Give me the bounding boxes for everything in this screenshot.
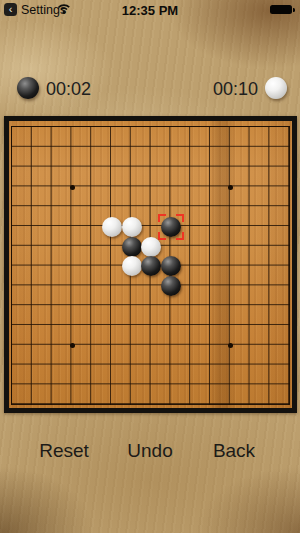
black-player-stone-icon — [17, 77, 39, 99]
battery-icon — [270, 5, 292, 14]
star-point — [70, 343, 75, 348]
status-bar-clock: 12:35 PM — [0, 3, 300, 18]
black-stone — [161, 276, 181, 296]
white-stone — [141, 237, 161, 257]
white-stone — [102, 217, 122, 237]
black-stone — [122, 237, 142, 257]
player-clock-row: 00:02 00:10 — [0, 77, 300, 99]
white-player-stone-icon — [265, 77, 287, 99]
black-player-timer: 00:02 — [46, 79, 91, 100]
black-stone — [141, 256, 161, 276]
undo-button[interactable]: Undo — [123, 438, 176, 464]
star-point — [228, 343, 233, 348]
white-player-timer: 00:10 — [213, 79, 258, 100]
black-stone — [161, 256, 181, 276]
back-button[interactable]: Back — [209, 438, 259, 464]
game-board — [4, 116, 297, 413]
goban-grid[interactable] — [11, 126, 290, 405]
black-stone — [161, 217, 181, 237]
reset-button[interactable]: Reset — [35, 438, 93, 464]
white-stone — [122, 256, 142, 276]
star-point — [70, 185, 75, 190]
star-point — [228, 185, 233, 190]
app-screen: ‹ Settings 12:35 PM 00:02 00:10 Reset Un… — [0, 0, 300, 533]
white-stone — [122, 217, 142, 237]
status-bar: ‹ Settings 12:35 PM — [0, 0, 300, 20]
